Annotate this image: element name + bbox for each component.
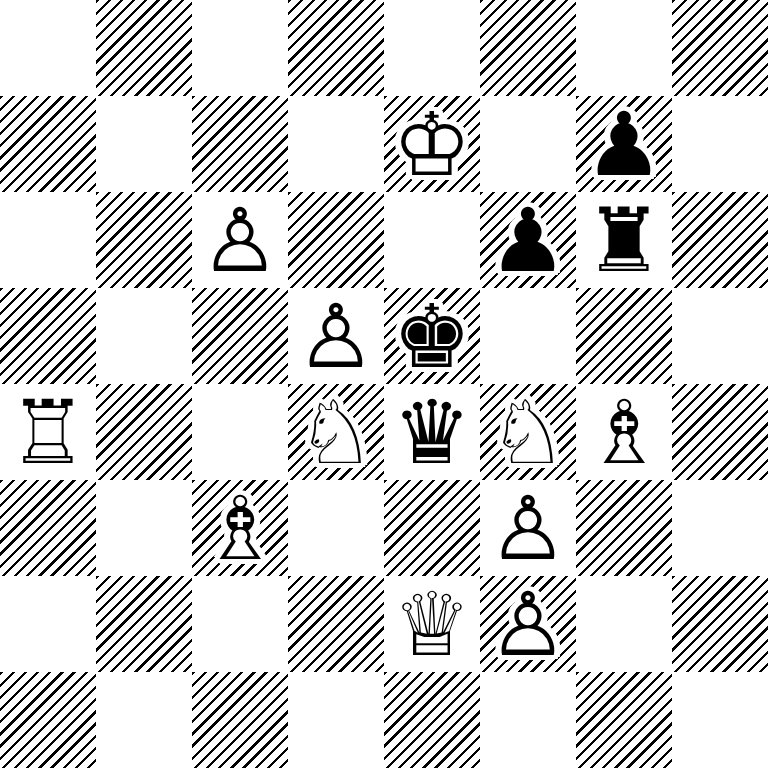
square-g7[interactable]: ♟♟ xyxy=(576,96,672,192)
square-f6[interactable]: ♟♟ xyxy=(480,192,576,288)
square-e3[interactable] xyxy=(384,480,480,576)
white-king-icon: ♔ xyxy=(384,96,480,192)
square-d3[interactable] xyxy=(288,480,384,576)
square-g6[interactable]: ♜♜ xyxy=(576,192,672,288)
square-c5[interactable] xyxy=(192,288,288,384)
black-rook-icon: ♜ xyxy=(576,192,672,288)
square-h2[interactable] xyxy=(672,576,768,672)
square-c3[interactable]: ♝♗ xyxy=(192,480,288,576)
square-a6[interactable] xyxy=(0,192,96,288)
white-pawn-f2[interactable]: ♟♙ xyxy=(480,576,576,672)
white-knight-icon: ♘ xyxy=(480,384,576,480)
square-a1[interactable] xyxy=(0,672,96,768)
black-king-e5[interactable]: ♚♚ xyxy=(384,288,480,384)
square-g2[interactable] xyxy=(576,576,672,672)
white-pawn-d5[interactable]: ♟♙ xyxy=(288,288,384,384)
square-e1[interactable] xyxy=(384,672,480,768)
square-h5[interactable] xyxy=(672,288,768,384)
white-pawn-icon: ♙ xyxy=(192,192,288,288)
white-king-e7[interactable]: ♚♔ xyxy=(384,96,480,192)
black-pawn-icon: ♟ xyxy=(480,192,576,288)
white-knight-icon: ♘ xyxy=(288,384,384,480)
square-e6[interactable] xyxy=(384,192,480,288)
square-c7[interactable] xyxy=(192,96,288,192)
square-b5[interactable] xyxy=(96,288,192,384)
square-b3[interactable] xyxy=(96,480,192,576)
square-b1[interactable] xyxy=(96,672,192,768)
square-a4[interactable]: ♜♖ xyxy=(0,384,96,480)
square-e8[interactable] xyxy=(384,0,480,96)
square-h7[interactable] xyxy=(672,96,768,192)
square-b6[interactable] xyxy=(96,192,192,288)
square-a5[interactable] xyxy=(0,288,96,384)
white-pawn-icon: ♙ xyxy=(480,480,576,576)
white-knight-d4[interactable]: ♞♘ xyxy=(288,384,384,480)
square-b7[interactable] xyxy=(96,96,192,192)
white-queen-e2[interactable]: ♛♕ xyxy=(384,576,480,672)
white-bishop-c3[interactable]: ♝♗ xyxy=(192,480,288,576)
white-bishop-g4[interactable]: ♝♗ xyxy=(576,384,672,480)
square-d5[interactable]: ♟♙ xyxy=(288,288,384,384)
white-pawn-icon: ♙ xyxy=(288,288,384,384)
black-king-icon: ♚ xyxy=(384,288,480,384)
black-pawn-icon: ♟ xyxy=(576,96,672,192)
black-pawn-f6[interactable]: ♟♟ xyxy=(480,192,576,288)
square-g5[interactable] xyxy=(576,288,672,384)
square-d7[interactable] xyxy=(288,96,384,192)
square-f1[interactable] xyxy=(480,672,576,768)
square-g4[interactable]: ♝♗ xyxy=(576,384,672,480)
black-rook-g6[interactable]: ♜♜ xyxy=(576,192,672,288)
square-h6[interactable] xyxy=(672,192,768,288)
square-d4[interactable]: ♞♘ xyxy=(288,384,384,480)
square-d8[interactable] xyxy=(288,0,384,96)
white-pawn-icon: ♙ xyxy=(480,576,576,672)
white-rook-a4[interactable]: ♜♖ xyxy=(0,384,96,480)
chess-board: ♚♔♟♟♟♙♟♟♜♜♟♙♚♚♜♖♞♘♛♛♞♘♝♗♝♗♟♙♛♕♟♙ xyxy=(0,0,768,768)
square-h1[interactable] xyxy=(672,672,768,768)
square-f5[interactable] xyxy=(480,288,576,384)
square-e2[interactable]: ♛♕ xyxy=(384,576,480,672)
square-b4[interactable] xyxy=(96,384,192,480)
square-g1[interactable] xyxy=(576,672,672,768)
square-c2[interactable] xyxy=(192,576,288,672)
white-pawn-f3[interactable]: ♟♙ xyxy=(480,480,576,576)
square-d6[interactable] xyxy=(288,192,384,288)
white-bishop-icon: ♗ xyxy=(576,384,672,480)
square-f2[interactable]: ♟♙ xyxy=(480,576,576,672)
square-d1[interactable] xyxy=(288,672,384,768)
square-g3[interactable] xyxy=(576,480,672,576)
square-a2[interactable] xyxy=(0,576,96,672)
white-pawn-c6[interactable]: ♟♙ xyxy=(192,192,288,288)
square-f4[interactable]: ♞♘ xyxy=(480,384,576,480)
square-f3[interactable]: ♟♙ xyxy=(480,480,576,576)
square-h3[interactable] xyxy=(672,480,768,576)
white-bishop-icon: ♗ xyxy=(192,480,288,576)
square-d2[interactable] xyxy=(288,576,384,672)
square-e7[interactable]: ♚♔ xyxy=(384,96,480,192)
white-rook-icon: ♖ xyxy=(0,384,96,480)
square-a8[interactable] xyxy=(0,0,96,96)
white-queen-icon: ♕ xyxy=(384,576,480,672)
square-g8[interactable] xyxy=(576,0,672,96)
black-queen-e4[interactable]: ♛♛ xyxy=(384,384,480,480)
square-a7[interactable] xyxy=(0,96,96,192)
square-b2[interactable] xyxy=(96,576,192,672)
square-c1[interactable] xyxy=(192,672,288,768)
black-queen-icon: ♛ xyxy=(384,384,480,480)
square-b8[interactable] xyxy=(96,0,192,96)
square-c6[interactable]: ♟♙ xyxy=(192,192,288,288)
square-h8[interactable] xyxy=(672,0,768,96)
square-h4[interactable] xyxy=(672,384,768,480)
square-a3[interactable] xyxy=(0,480,96,576)
square-c4[interactable] xyxy=(192,384,288,480)
square-c8[interactable] xyxy=(192,0,288,96)
square-f7[interactable] xyxy=(480,96,576,192)
black-pawn-g7[interactable]: ♟♟ xyxy=(576,96,672,192)
square-f8[interactable] xyxy=(480,0,576,96)
white-knight-f4[interactable]: ♞♘ xyxy=(480,384,576,480)
square-e4[interactable]: ♛♛ xyxy=(384,384,480,480)
square-e5[interactable]: ♚♚ xyxy=(384,288,480,384)
